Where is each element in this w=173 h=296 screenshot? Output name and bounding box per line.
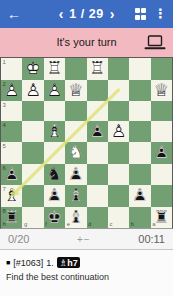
- square-h6[interactable]: 6♟: [1, 164, 22, 186]
- move-line: ■ [#1063] 1. ♗h7: [0, 250, 173, 268]
- rank-label-4: 4: [3, 122, 6, 128]
- square-d1[interactable]: ♖: [87, 58, 108, 80]
- evaluation-symbol: +−: [77, 234, 91, 245]
- square-f7[interactable]: ♟: [44, 185, 65, 207]
- piece-white-bishop: ♗: [44, 121, 65, 143]
- square-f1[interactable]: ♖: [44, 58, 65, 80]
- square-c8[interactable]: c: [108, 207, 129, 229]
- square-g2[interactable]: ♙: [22, 80, 43, 102]
- square-d7[interactable]: [87, 185, 108, 207]
- square-d2[interactable]: [87, 80, 108, 102]
- piece-white-queen: ♕: [151, 80, 172, 102]
- square-a7[interactable]: [151, 185, 172, 207]
- black-to-move-icon: ■: [6, 258, 10, 267]
- square-h5[interactable]: 5: [1, 142, 22, 164]
- square-d5[interactable]: [87, 142, 108, 164]
- square-g6[interactable]: [22, 164, 43, 186]
- square-b8[interactable]: b: [129, 207, 150, 229]
- piece-black-bishop: ♝: [65, 207, 86, 229]
- square-c7[interactable]: [108, 185, 129, 207]
- piece-white-bishop: ♗: [1, 185, 22, 207]
- square-c6[interactable]: [108, 164, 129, 186]
- square-h8[interactable]: 8h♜: [1, 207, 22, 229]
- square-d6[interactable]: [87, 164, 108, 186]
- square-f6[interactable]: ♞: [44, 164, 65, 186]
- puzzle-navigation: ‹ 1 / 29 ›: [59, 0, 115, 28]
- overflow-menu-icon[interactable]: ⋮: [154, 0, 167, 28]
- rank-label-3: 3: [3, 102, 6, 108]
- square-e5[interactable]: ♘: [65, 142, 86, 164]
- square-h7[interactable]: 7♗: [1, 185, 22, 207]
- piece-black-rook: ♜: [151, 207, 172, 229]
- puzzle-counter: 1 / 29: [69, 0, 103, 28]
- piece-white-queen: ♕: [65, 80, 86, 102]
- square-b6[interactable]: [129, 164, 150, 186]
- square-h4[interactable]: 4: [1, 121, 22, 143]
- piece-black-pawn: ♟: [151, 142, 172, 164]
- square-b5[interactable]: [129, 142, 150, 164]
- rank-label-1: 1: [3, 59, 6, 65]
- piece-white-pawn: ♙: [108, 121, 129, 143]
- square-e8[interactable]: e♝: [65, 207, 86, 229]
- file-label-g: g: [24, 221, 27, 227]
- puzzle-list-icon[interactable]: [135, 8, 147, 20]
- piece-white-pawn: ♙: [1, 80, 22, 102]
- top-bar: ← ‹ 1 / 29 › ⋮: [0, 0, 173, 28]
- file-label-d: d: [88, 221, 91, 227]
- square-d8[interactable]: d: [87, 207, 108, 229]
- next-puzzle-icon[interactable]: ›: [110, 1, 115, 27]
- piece-black-bishop: ♝: [65, 185, 86, 207]
- piece-white-rook: ♖: [44, 58, 65, 80]
- prev-puzzle-icon[interactable]: ‹: [59, 1, 64, 27]
- square-a6[interactable]: [151, 164, 172, 186]
- square-g8[interactable]: g: [22, 207, 43, 229]
- task-hint: Find the best continuation: [0, 268, 173, 282]
- piece-white-pawn: ♙: [44, 80, 65, 102]
- square-f3[interactable]: [44, 101, 65, 121]
- square-h3[interactable]: 3: [1, 101, 22, 121]
- square-a5[interactable]: ♟: [151, 142, 172, 164]
- square-a8[interactable]: a♜: [151, 207, 172, 229]
- square-f4[interactable]: ♗: [44, 121, 65, 143]
- square-b4[interactable]: [129, 121, 150, 143]
- square-c5[interactable]: [108, 142, 129, 164]
- square-g1[interactable]: ♔: [22, 58, 43, 80]
- timer: 00:11: [138, 233, 165, 245]
- square-a3[interactable]: [151, 101, 172, 121]
- piece-white-knight: ♘: [65, 142, 86, 164]
- square-g7[interactable]: [22, 185, 43, 207]
- square-b7[interactable]: ♟: [129, 185, 150, 207]
- piece-white-pawn: ♙: [22, 80, 43, 102]
- square-a1[interactable]: [151, 58, 172, 80]
- piece-black-rook: ♜: [1, 207, 22, 229]
- square-e4[interactable]: [65, 121, 86, 143]
- square-b1[interactable]: [129, 58, 150, 80]
- square-h1[interactable]: 1: [1, 58, 22, 80]
- piece-black-pawn: ♟: [87, 121, 108, 143]
- file-label-b: b: [131, 221, 134, 227]
- square-g3[interactable]: [22, 101, 43, 121]
- square-e2[interactable]: ♕: [65, 80, 86, 102]
- square-a4[interactable]: [151, 121, 172, 143]
- square-d3[interactable]: [87, 101, 108, 121]
- piece-black-pawn: ♟: [129, 185, 150, 207]
- piece-black-pawn: ♟: [44, 185, 65, 207]
- rank-label-5: 5: [3, 143, 6, 149]
- square-b2[interactable]: [129, 80, 150, 102]
- square-g5[interactable]: [22, 142, 43, 164]
- square-e6[interactable]: ♟: [65, 164, 86, 186]
- move-number: 1.: [46, 258, 54, 268]
- square-b3[interactable]: [129, 101, 150, 121]
- square-e3[interactable]: [65, 101, 86, 121]
- square-h2[interactable]: 2♙: [1, 80, 22, 102]
- current-move-chip[interactable]: ♗h7: [57, 257, 81, 268]
- piece-white-king: ♔: [22, 58, 43, 80]
- chess-board: 1♔♖♖2♙♙♙♕♕34♗♟♙5♘♟6♟♞♟7♗♟♝♟8h♜gf♚e♝dcba♜: [1, 58, 172, 228]
- square-c4[interactable]: ♙: [108, 121, 129, 143]
- piece-black-pawn: ♟: [65, 164, 86, 186]
- square-c3[interactable]: [108, 101, 129, 121]
- square-c2[interactable]: [108, 80, 129, 102]
- piece-white-rook: ♖: [87, 58, 108, 80]
- file-label-c: c: [109, 221, 112, 227]
- app-window: ← ‹ 1 / 29 › ⋮ It's your turn 1♔♖♖2♙♙♙♕♕…: [0, 0, 173, 296]
- status-strip: 0/20 +− 00:11: [0, 229, 173, 250]
- square-d4[interactable]: ♟: [87, 121, 108, 143]
- piece-black-knight: ♞: [44, 164, 65, 186]
- square-f5[interactable]: [44, 142, 65, 164]
- top-bar-actions: ⋮: [135, 0, 168, 28]
- computer-icon: [144, 35, 166, 54]
- piece-black-king: ♚: [44, 207, 65, 229]
- turn-banner: It's your turn: [0, 28, 173, 57]
- board-area: 1♔♖♖2♙♙♙♕♕34♗♟♙5♘♟6♟♞♟7♗♟♝♟8h♜gf♚e♝dcba♜: [0, 57, 173, 229]
- score-counter: 0/20: [8, 233, 29, 245]
- piece-black-pawn: ♟: [1, 164, 22, 186]
- square-c1[interactable]: [108, 58, 129, 80]
- square-f2[interactable]: ♙: [44, 80, 65, 102]
- back-icon[interactable]: ←: [7, 0, 21, 28]
- square-e1[interactable]: [65, 58, 86, 80]
- square-f8[interactable]: f♚: [44, 207, 65, 229]
- square-g4[interactable]: [22, 121, 43, 143]
- square-a2[interactable]: ♕: [151, 80, 172, 102]
- puzzle-id: [#1063]: [13, 258, 43, 268]
- square-e7[interactable]: ♝: [65, 185, 86, 207]
